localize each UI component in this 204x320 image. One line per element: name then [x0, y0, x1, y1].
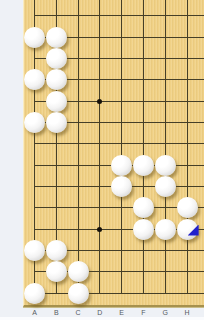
white-stone[interactable]	[46, 48, 67, 69]
star-point	[97, 227, 102, 232]
white-stone[interactable]	[24, 283, 45, 304]
white-stone[interactable]	[111, 155, 132, 176]
coordinate-label: C	[72, 309, 84, 317]
white-stone[interactable]	[46, 27, 67, 48]
coordinate-label: D	[94, 309, 106, 317]
white-stone[interactable]	[133, 155, 154, 176]
coordinate-label: B	[50, 309, 62, 317]
coordinate-label: A	[29, 309, 41, 317]
white-stone[interactable]	[68, 261, 89, 282]
white-stone[interactable]	[68, 283, 89, 304]
white-stone[interactable]	[46, 240, 67, 261]
white-stone[interactable]	[155, 219, 176, 240]
white-stone[interactable]	[24, 69, 45, 90]
white-stone[interactable]	[24, 112, 45, 133]
white-stone[interactable]	[46, 91, 67, 112]
coordinate-label: H	[181, 309, 193, 317]
last-move-marker-icon	[188, 225, 199, 236]
white-stone[interactable]	[46, 261, 67, 282]
coordinate-label: F	[138, 309, 150, 317]
grid-line-horizontal	[34, 15, 204, 16]
white-stone[interactable]	[111, 176, 132, 197]
white-stone[interactable]	[177, 197, 198, 218]
white-stone[interactable]	[155, 176, 176, 197]
white-stone[interactable]	[46, 69, 67, 90]
white-stone[interactable]	[24, 27, 45, 48]
coordinate-label: E	[116, 309, 128, 317]
white-stone[interactable]	[24, 240, 45, 261]
white-stone[interactable]	[155, 155, 176, 176]
white-stone[interactable]	[177, 219, 198, 240]
star-point	[97, 99, 102, 104]
go-app-screen: ABCDEFGH	[0, 0, 204, 320]
coordinate-label: G	[159, 309, 171, 317]
white-stone[interactable]	[133, 197, 154, 218]
grid-line-horizontal	[34, 293, 204, 294]
grid-line-horizontal	[34, 143, 204, 144]
white-stone[interactable]	[133, 219, 154, 240]
white-stone[interactable]	[46, 112, 67, 133]
